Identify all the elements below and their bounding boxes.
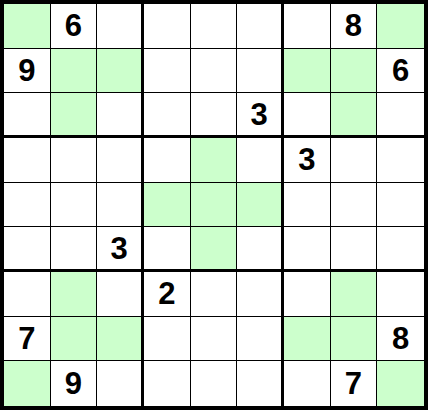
given-digit: 6: [65, 10, 82, 41]
cell-r1c5[interactable]: [191, 4, 238, 49]
cell-r2c8[interactable]: [331, 49, 378, 94]
cell-r6c3[interactable]: 3: [97, 227, 144, 272]
cell-r4c9[interactable]: [377, 138, 424, 183]
cell-r3c5[interactable]: [191, 93, 238, 138]
cell-r4c7[interactable]: 3: [284, 138, 331, 183]
cell-r4c5[interactable]: [191, 138, 238, 183]
cell-r9c5[interactable]: [191, 361, 238, 406]
cell-r6c2[interactable]: [51, 227, 98, 272]
cell-r2c7[interactable]: [284, 49, 331, 94]
cell-r9c6[interactable]: [237, 361, 284, 406]
cell-r7c3[interactable]: [97, 272, 144, 317]
cell-r6c7[interactable]: [284, 227, 331, 272]
cell-r3c3[interactable]: [97, 93, 144, 138]
cell-r1c7[interactable]: [284, 4, 331, 49]
given-digit: 3: [298, 144, 315, 175]
cell-r9c3[interactable]: [97, 361, 144, 406]
cell-r4c1[interactable]: [4, 138, 51, 183]
cell-r5c7[interactable]: [284, 183, 331, 228]
cell-r4c3[interactable]: [97, 138, 144, 183]
cell-r2c9[interactable]: 6: [377, 49, 424, 94]
given-digit: 3: [251, 99, 268, 130]
cell-r8c9[interactable]: 8: [377, 317, 424, 362]
cell-r5c1[interactable]: [4, 183, 51, 228]
given-digit: 9: [65, 368, 82, 399]
cell-r6c1[interactable]: [4, 227, 51, 272]
cell-r8c3[interactable]: [97, 317, 144, 362]
given-digit: 9: [18, 55, 35, 86]
cell-r4c8[interactable]: [331, 138, 378, 183]
cell-r8c8[interactable]: [331, 317, 378, 362]
cell-r8c1[interactable]: 7: [4, 317, 51, 362]
cell-r5c5[interactable]: [191, 183, 238, 228]
cell-r4c2[interactable]: [51, 138, 98, 183]
cell-r5c3[interactable]: [97, 183, 144, 228]
cell-r1c9[interactable]: [377, 4, 424, 49]
cell-r6c5[interactable]: [191, 227, 238, 272]
cell-r2c6[interactable]: [237, 49, 284, 94]
given-digit: 8: [345, 10, 362, 41]
cell-r9c2[interactable]: 9: [51, 361, 98, 406]
cell-r7c6[interactable]: [237, 272, 284, 317]
given-digit: 7: [18, 323, 35, 354]
cell-r3c9[interactable]: [377, 93, 424, 138]
cell-r6c6[interactable]: [237, 227, 284, 272]
cell-r1c6[interactable]: [237, 4, 284, 49]
cell-r1c2[interactable]: 6: [51, 4, 98, 49]
given-digit: 7: [345, 368, 362, 399]
cell-r5c8[interactable]: [331, 183, 378, 228]
cell-r3c7[interactable]: [284, 93, 331, 138]
cell-r9c7[interactable]: [284, 361, 331, 406]
given-digit: 6: [392, 55, 409, 86]
cell-r7c8[interactable]: [331, 272, 378, 317]
cell-r9c9[interactable]: [377, 361, 424, 406]
cell-r2c4[interactable]: [144, 49, 191, 94]
sudoku-board: 689633327897: [0, 0, 428, 410]
cell-r2c2[interactable]: [51, 49, 98, 94]
cell-r1c8[interactable]: 8: [331, 4, 378, 49]
cell-r8c6[interactable]: [237, 317, 284, 362]
cell-r8c4[interactable]: [144, 317, 191, 362]
cell-r6c9[interactable]: [377, 227, 424, 272]
cell-r7c4[interactable]: 2: [144, 272, 191, 317]
cell-r5c6[interactable]: [237, 183, 284, 228]
given-digit: 2: [158, 278, 175, 309]
cell-r7c7[interactable]: [284, 272, 331, 317]
cell-r1c3[interactable]: [97, 4, 144, 49]
cell-r4c6[interactable]: [237, 138, 284, 183]
cell-r5c2[interactable]: [51, 183, 98, 228]
cell-r1c1[interactable]: [4, 4, 51, 49]
cell-r4c4[interactable]: [144, 138, 191, 183]
cell-r6c4[interactable]: [144, 227, 191, 272]
cell-r5c9[interactable]: [377, 183, 424, 228]
cell-r5c4[interactable]: [144, 183, 191, 228]
cell-r9c8[interactable]: 7: [331, 361, 378, 406]
cell-r8c2[interactable]: [51, 317, 98, 362]
cell-r7c1[interactable]: [4, 272, 51, 317]
cell-r3c1[interactable]: [4, 93, 51, 138]
cell-r3c6[interactable]: 3: [237, 93, 284, 138]
cell-r2c1[interactable]: 9: [4, 49, 51, 94]
cell-r8c5[interactable]: [191, 317, 238, 362]
given-digit: 8: [392, 323, 409, 354]
cell-r2c3[interactable]: [97, 49, 144, 94]
cell-r3c2[interactable]: [51, 93, 98, 138]
cell-r9c1[interactable]: [4, 361, 51, 406]
cell-r7c5[interactable]: [191, 272, 238, 317]
cell-r1c4[interactable]: [144, 4, 191, 49]
cell-r8c7[interactable]: [284, 317, 331, 362]
given-digit: 3: [111, 233, 128, 264]
cell-r3c4[interactable]: [144, 93, 191, 138]
cell-r2c5[interactable]: [191, 49, 238, 94]
cell-r3c8[interactable]: [331, 93, 378, 138]
cell-r7c2[interactable]: [51, 272, 98, 317]
cell-r7c9[interactable]: [377, 272, 424, 317]
cell-r9c4[interactable]: [144, 361, 191, 406]
cell-r6c8[interactable]: [331, 227, 378, 272]
